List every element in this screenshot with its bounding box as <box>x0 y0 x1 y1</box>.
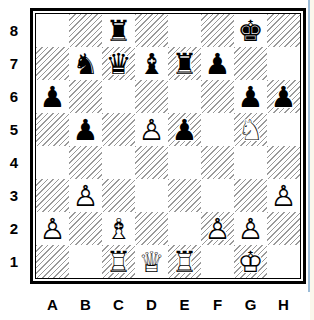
piece-glyph: ♞ <box>69 47 102 80</box>
square-d1[interactable]: ♛♕ <box>135 245 168 278</box>
square-a6[interactable]: ♟♟ <box>36 80 69 113</box>
square-c6[interactable] <box>102 80 135 113</box>
piece-white-pawn: ♟♙ <box>234 212 267 245</box>
file-label-f: F <box>201 294 234 316</box>
square-a7[interactable] <box>36 47 69 80</box>
square-c1[interactable]: ♜♖ <box>102 245 135 278</box>
square-e7[interactable]: ♜♜ <box>168 47 201 80</box>
rank-label-8: 8 <box>2 14 26 47</box>
piece-black-pawn: ♟♟ <box>168 113 201 146</box>
square-h5[interactable] <box>267 113 300 146</box>
rank-label-7: 7 <box>2 47 26 80</box>
square-g1[interactable]: ♚♔ <box>234 245 267 278</box>
square-h6[interactable]: ♟♟ <box>267 80 300 113</box>
piece-glyph: ♛ <box>102 47 135 80</box>
piece-glyph: ♟ <box>69 113 102 146</box>
square-d2[interactable] <box>135 212 168 245</box>
file-label-b: B <box>69 294 102 316</box>
piece-glyph: ♗ <box>102 212 135 245</box>
piece-glyph: ♖ <box>102 245 135 278</box>
square-e3[interactable] <box>168 179 201 212</box>
piece-glyph: ♝ <box>135 47 168 80</box>
piece-glyph: ♚ <box>234 14 267 47</box>
rank-label-4: 4 <box>2 146 26 179</box>
piece-glyph: ♟ <box>234 80 267 113</box>
square-c7[interactable]: ♛♛ <box>102 47 135 80</box>
piece-white-rook: ♜♖ <box>168 245 201 278</box>
rank-label-3: 3 <box>2 179 26 212</box>
file-label-e: E <box>168 294 201 316</box>
piece-black-pawn: ♟♟ <box>267 80 300 113</box>
piece-glyph: ♟ <box>201 47 234 80</box>
page-right-margin <box>310 0 314 320</box>
square-h1[interactable] <box>267 245 300 278</box>
piece-white-rook: ♜♖ <box>102 245 135 278</box>
square-b4[interactable] <box>69 146 102 179</box>
square-c5[interactable] <box>102 113 135 146</box>
rank-label-6: 6 <box>2 80 26 113</box>
file-label-a: A <box>36 294 69 316</box>
rank-label-1: 1 <box>2 245 26 278</box>
square-h4[interactable] <box>267 146 300 179</box>
piece-white-knight: ♞♘ <box>234 113 267 146</box>
square-f8[interactable] <box>201 14 234 47</box>
piece-black-pawn: ♟♟ <box>36 80 69 113</box>
square-f4[interactable] <box>201 146 234 179</box>
file-label-c: C <box>102 294 135 316</box>
piece-black-knight: ♞♞ <box>69 47 102 80</box>
square-b5[interactable]: ♟♟ <box>69 113 102 146</box>
square-c4[interactable] <box>102 146 135 179</box>
square-f5[interactable] <box>201 113 234 146</box>
square-c3[interactable] <box>102 179 135 212</box>
piece-black-pawn: ♟♟ <box>69 113 102 146</box>
file-label-g: G <box>234 294 267 316</box>
square-d5[interactable]: ♟♙ <box>135 113 168 146</box>
piece-black-queen: ♛♛ <box>102 47 135 80</box>
square-a3[interactable] <box>36 179 69 212</box>
square-b2[interactable] <box>69 212 102 245</box>
square-h8[interactable] <box>267 14 300 47</box>
square-d8[interactable] <box>135 14 168 47</box>
chess-diagram-page: 87654321 ♜♜♚♚♞♞♛♛♝♝♜♜♟♟♟♟♟♟♟♟♟♟♟♙♟♟♞♘♟♙♟… <box>0 0 314 320</box>
piece-glyph: ♙ <box>135 113 168 146</box>
square-h3[interactable]: ♟♙ <box>267 179 300 212</box>
square-a4[interactable] <box>36 146 69 179</box>
chess-board[interactable]: ♜♜♚♚♞♞♛♛♝♝♜♜♟♟♟♟♟♟♟♟♟♟♟♙♟♟♞♘♟♙♟♙♟♙♝♗♟♙♟♙… <box>30 8 306 284</box>
piece-glyph: ♙ <box>36 212 69 245</box>
rank-label-5: 5 <box>2 113 26 146</box>
square-e2[interactable] <box>168 212 201 245</box>
rank-labels: 87654321 <box>2 14 26 278</box>
piece-glyph: ♜ <box>168 47 201 80</box>
piece-white-pawn: ♟♙ <box>267 179 300 212</box>
square-g4[interactable] <box>234 146 267 179</box>
square-g5[interactable]: ♞♘ <box>234 113 267 146</box>
board-grid: ♜♜♚♚♞♞♛♛♝♝♜♜♟♟♟♟♟♟♟♟♟♟♟♙♟♟♞♘♟♙♟♙♟♙♝♗♟♙♟♙… <box>35 13 301 279</box>
square-d7[interactable]: ♝♝ <box>135 47 168 80</box>
piece-white-pawn: ♟♙ <box>36 212 69 245</box>
file-labels: ABCDEFGH <box>36 294 300 316</box>
piece-white-queen: ♛♕ <box>135 245 168 278</box>
square-f1[interactable] <box>201 245 234 278</box>
piece-black-bishop: ♝♝ <box>135 47 168 80</box>
square-e1[interactable]: ♜♖ <box>168 245 201 278</box>
piece-black-pawn: ♟♟ <box>234 80 267 113</box>
square-g3[interactable] <box>234 179 267 212</box>
piece-white-king: ♚♔ <box>234 245 267 278</box>
square-d3[interactable] <box>135 179 168 212</box>
square-e8[interactable] <box>168 14 201 47</box>
square-c2[interactable]: ♝♗ <box>102 212 135 245</box>
image-border-blue-line <box>308 0 310 292</box>
square-a8[interactable] <box>36 14 69 47</box>
piece-glyph: ♘ <box>234 113 267 146</box>
piece-glyph: ♟ <box>168 113 201 146</box>
square-b3[interactable]: ♟♙ <box>69 179 102 212</box>
piece-glyph: ♟ <box>267 80 300 113</box>
piece-black-king: ♚♚ <box>234 14 267 47</box>
square-e6[interactable] <box>168 80 201 113</box>
square-b8[interactable] <box>69 14 102 47</box>
piece-black-rook: ♜♜ <box>168 47 201 80</box>
file-label-d: D <box>135 294 168 316</box>
piece-glyph: ♙ <box>69 179 102 212</box>
piece-black-pawn: ♟♟ <box>201 47 234 80</box>
piece-glyph: ♙ <box>267 179 300 212</box>
square-b6[interactable] <box>69 80 102 113</box>
rank-label-2: 2 <box>2 212 26 245</box>
piece-glyph: ♜ <box>102 14 135 47</box>
piece-glyph: ♖ <box>168 245 201 278</box>
square-f3[interactable] <box>201 179 234 212</box>
square-h7[interactable] <box>267 47 300 80</box>
piece-glyph: ♟ <box>36 80 69 113</box>
square-h2[interactable] <box>267 212 300 245</box>
square-b7[interactable]: ♞♞ <box>69 47 102 80</box>
square-g2[interactable]: ♟♙ <box>234 212 267 245</box>
square-a2[interactable]: ♟♙ <box>36 212 69 245</box>
square-c8[interactable]: ♜♜ <box>102 14 135 47</box>
piece-white-pawn: ♟♙ <box>201 212 234 245</box>
square-d4[interactable] <box>135 146 168 179</box>
square-a5[interactable] <box>36 113 69 146</box>
piece-glyph: ♔ <box>234 245 267 278</box>
square-e5[interactable]: ♟♟ <box>168 113 201 146</box>
square-a1[interactable] <box>36 245 69 278</box>
square-d6[interactable] <box>135 80 168 113</box>
piece-glyph: ♕ <box>135 245 168 278</box>
file-label-h: H <box>267 294 300 316</box>
piece-white-pawn: ♟♙ <box>69 179 102 212</box>
square-f6[interactable] <box>201 80 234 113</box>
piece-white-bishop: ♝♗ <box>102 212 135 245</box>
square-b1[interactable] <box>69 245 102 278</box>
square-g7[interactable] <box>234 47 267 80</box>
piece-black-rook: ♜♜ <box>102 14 135 47</box>
piece-glyph: ♙ <box>234 212 267 245</box>
square-e4[interactable] <box>168 146 201 179</box>
square-f7[interactable]: ♟♟ <box>201 47 234 80</box>
square-g8[interactable]: ♚♚ <box>234 14 267 47</box>
piece-white-pawn: ♟♙ <box>135 113 168 146</box>
square-g6[interactable]: ♟♟ <box>234 80 267 113</box>
piece-glyph: ♙ <box>201 212 234 245</box>
square-f2[interactable]: ♟♙ <box>201 212 234 245</box>
